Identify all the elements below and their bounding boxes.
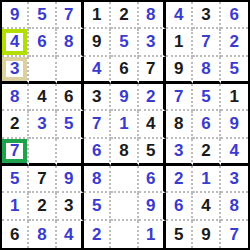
- cell-r5c7[interactable]: 8: [166, 111, 193, 138]
- cell-r7c9[interactable]: 3: [221, 166, 248, 193]
- cell-r5c6[interactable]: 4: [139, 111, 166, 138]
- cell-r1c6[interactable]: 8: [139, 2, 166, 29]
- cell-r9c8[interactable]: 9: [193, 221, 220, 248]
- cell-r4c4[interactable]: 3: [84, 84, 111, 111]
- cell-r7c2[interactable]: 7: [29, 166, 56, 193]
- cell-r1c2[interactable]: 5: [29, 2, 56, 29]
- cell-r4c9[interactable]: 1: [221, 84, 248, 111]
- cell-r8c6[interactable]: 9: [139, 193, 166, 220]
- sudoku-board: 9571284364689531723467985846392751235714…: [0, 0, 250, 250]
- cell-r6c2[interactable]: [29, 139, 56, 166]
- cell-r4c5[interactable]: 9: [111, 84, 138, 111]
- cell-r2c2[interactable]: 6: [29, 29, 56, 56]
- lime-highlight-cell[interactable]: 4: [2, 29, 29, 56]
- cell-r5c4[interactable]: 7: [84, 111, 111, 138]
- cell-r2c5[interactable]: 5: [111, 29, 138, 56]
- cell-r4c1[interactable]: 8: [2, 84, 29, 111]
- cell-r4c8[interactable]: 5: [193, 84, 220, 111]
- cell-r1c1[interactable]: 9: [2, 2, 29, 29]
- cell-r1c5[interactable]: 2: [111, 2, 138, 29]
- cell-r8c9[interactable]: 8: [221, 193, 248, 220]
- cell-r9c9[interactable]: 7: [221, 221, 248, 248]
- cell-r4c3[interactable]: 6: [57, 84, 84, 111]
- cell-r3c4[interactable]: 4: [84, 57, 111, 84]
- cell-r8c7[interactable]: 6: [166, 193, 193, 220]
- cell-r5c8[interactable]: 6: [193, 111, 220, 138]
- cell-r9c6[interactable]: 1: [139, 221, 166, 248]
- cell-r7c8[interactable]: 1: [193, 166, 220, 193]
- cell-r7c3[interactable]: 9: [57, 166, 84, 193]
- cell-r7c4[interactable]: 8: [84, 166, 111, 193]
- cell-r1c4[interactable]: 1: [84, 2, 111, 29]
- cell-r2c3[interactable]: 8: [57, 29, 84, 56]
- cell-r5c9[interactable]: 9: [221, 111, 248, 138]
- cell-r2c6[interactable]: 3: [139, 29, 166, 56]
- cell-r5c1[interactable]: 2: [2, 111, 29, 138]
- cell-r8c1[interactable]: 1: [2, 193, 29, 220]
- cell-r3c7[interactable]: 9: [166, 57, 193, 84]
- cell-r8c5[interactable]: [111, 193, 138, 220]
- cell-r8c4[interactable]: 5: [84, 193, 111, 220]
- cell-r5c2[interactable]: 3: [29, 111, 56, 138]
- cell-r6c7[interactable]: 3: [166, 139, 193, 166]
- cell-r9c3[interactable]: 4: [57, 221, 84, 248]
- cell-r9c4[interactable]: 2: [84, 221, 111, 248]
- cell-r2c7[interactable]: 1: [166, 29, 193, 56]
- cell-r6c3[interactable]: [57, 139, 84, 166]
- cell-r5c3[interactable]: 5: [57, 111, 84, 138]
- cell-r1c9[interactable]: 6: [221, 2, 248, 29]
- cell-r6c9[interactable]: 4: [221, 139, 248, 166]
- cell-r7c5[interactable]: [111, 166, 138, 193]
- cell-r1c7[interactable]: 4: [166, 2, 193, 29]
- cell-r2c4[interactable]: 9: [84, 29, 111, 56]
- cell-r3c8[interactable]: 8: [193, 57, 220, 84]
- cell-r9c2[interactable]: 8: [29, 221, 56, 248]
- green-highlight-cell[interactable]: 7: [2, 139, 29, 166]
- cell-r3c6[interactable]: 7: [139, 57, 166, 84]
- cell-r7c7[interactable]: 2: [166, 166, 193, 193]
- cell-r7c1[interactable]: 5: [2, 166, 29, 193]
- cell-r4c2[interactable]: 4: [29, 84, 56, 111]
- cell-r4c7[interactable]: 7: [166, 84, 193, 111]
- cell-r9c7[interactable]: 5: [166, 221, 193, 248]
- cell-r3c2[interactable]: [29, 57, 56, 84]
- cell-r4c6[interactable]: 2: [139, 84, 166, 111]
- cell-r8c8[interactable]: 4: [193, 193, 220, 220]
- cell-r5c5[interactable]: 1: [111, 111, 138, 138]
- cell-r9c1[interactable]: 6: [2, 221, 29, 248]
- cell-r2c8[interactable]: 7: [193, 29, 220, 56]
- cell-r6c5[interactable]: 8: [111, 139, 138, 166]
- cell-r6c4[interactable]: 6: [84, 139, 111, 166]
- cell-r3c5[interactable]: 6: [111, 57, 138, 84]
- cell-r1c8[interactable]: 3: [193, 2, 220, 29]
- cell-r1c3[interactable]: 7: [57, 2, 84, 29]
- cell-r8c3[interactable]: 3: [57, 193, 84, 220]
- tan-highlight-cell[interactable]: 3: [2, 57, 29, 84]
- cell-r6c8[interactable]: 2: [193, 139, 220, 166]
- cell-r2c9[interactable]: 2: [221, 29, 248, 56]
- cell-r8c2[interactable]: 2: [29, 193, 56, 220]
- cell-r3c3[interactable]: [57, 57, 84, 84]
- cell-r6c6[interactable]: 5: [139, 139, 166, 166]
- cell-r7c6[interactable]: 6: [139, 166, 166, 193]
- cell-r3c9[interactable]: 5: [221, 57, 248, 84]
- cell-r9c5[interactable]: [111, 221, 138, 248]
